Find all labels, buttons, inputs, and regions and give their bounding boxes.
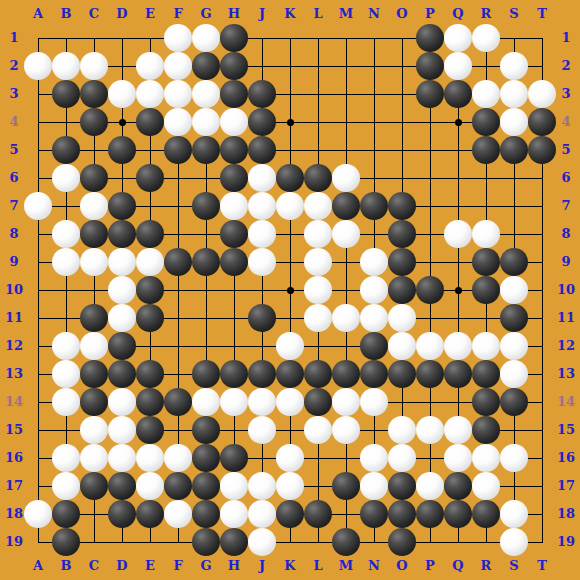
intersection-S11[interactable] (500, 304, 528, 332)
intersection-K3[interactable] (276, 80, 304, 108)
intersection-L1[interactable] (304, 24, 332, 52)
intersection-Q3[interactable] (444, 80, 472, 108)
intersection-T16[interactable] (528, 444, 556, 472)
intersection-E18[interactable] (136, 500, 164, 528)
intersection-K16[interactable] (276, 444, 304, 472)
intersection-D16[interactable] (108, 444, 136, 472)
intersection-K10[interactable] (276, 276, 304, 304)
intersection-Q5[interactable] (444, 136, 472, 164)
intersection-J4[interactable] (248, 108, 276, 136)
intersection-S19[interactable] (500, 528, 528, 556)
intersection-T5[interactable] (528, 136, 556, 164)
intersection-P8[interactable] (416, 220, 444, 248)
intersection-P6[interactable] (416, 164, 444, 192)
intersection-E2[interactable] (136, 52, 164, 80)
intersection-O19[interactable] (388, 528, 416, 556)
intersection-F2[interactable] (164, 52, 192, 80)
intersection-C7[interactable] (80, 192, 108, 220)
intersection-E14[interactable] (136, 388, 164, 416)
intersection-M19[interactable] (332, 528, 360, 556)
intersection-D9[interactable] (108, 248, 136, 276)
intersection-G12[interactable] (192, 332, 220, 360)
intersection-O18[interactable] (388, 500, 416, 528)
intersection-B6[interactable] (52, 164, 80, 192)
intersection-M6[interactable] (332, 164, 360, 192)
intersection-J15[interactable] (248, 416, 276, 444)
intersection-O10[interactable] (388, 276, 416, 304)
intersection-K9[interactable] (276, 248, 304, 276)
intersection-O17[interactable] (388, 472, 416, 500)
intersection-C16[interactable] (80, 444, 108, 472)
intersection-Q1[interactable] (444, 24, 472, 52)
intersection-J8[interactable] (248, 220, 276, 248)
intersection-K15[interactable] (276, 416, 304, 444)
intersection-F12[interactable] (164, 332, 192, 360)
intersection-R18[interactable] (472, 500, 500, 528)
intersection-P11[interactable] (416, 304, 444, 332)
intersection-S14[interactable] (500, 388, 528, 416)
intersection-P19[interactable] (416, 528, 444, 556)
intersection-N13[interactable] (360, 360, 388, 388)
intersection-A10[interactable] (24, 276, 52, 304)
intersection-N2[interactable] (360, 52, 388, 80)
intersection-F4[interactable] (164, 108, 192, 136)
intersection-M11[interactable] (332, 304, 360, 332)
intersection-D12[interactable] (108, 332, 136, 360)
intersection-F3[interactable] (164, 80, 192, 108)
intersection-R6[interactable] (472, 164, 500, 192)
intersection-P4[interactable] (416, 108, 444, 136)
intersection-C4[interactable] (80, 108, 108, 136)
intersection-P17[interactable] (416, 472, 444, 500)
intersection-O15[interactable] (388, 416, 416, 444)
intersection-D10[interactable] (108, 276, 136, 304)
intersection-H4[interactable] (220, 108, 248, 136)
intersection-G6[interactable] (192, 164, 220, 192)
intersection-Q18[interactable] (444, 500, 472, 528)
intersection-M16[interactable] (332, 444, 360, 472)
intersection-R13[interactable] (472, 360, 500, 388)
intersection-P2[interactable] (416, 52, 444, 80)
intersection-T15[interactable] (528, 416, 556, 444)
intersection-E17[interactable] (136, 472, 164, 500)
intersection-M5[interactable] (332, 136, 360, 164)
intersection-M14[interactable] (332, 388, 360, 416)
intersection-A17[interactable] (24, 472, 52, 500)
intersection-B17[interactable] (52, 472, 80, 500)
intersection-D3[interactable] (108, 80, 136, 108)
intersection-S15[interactable] (500, 416, 528, 444)
intersection-E3[interactable] (136, 80, 164, 108)
intersection-J11[interactable] (248, 304, 276, 332)
intersection-K18[interactable] (276, 500, 304, 528)
intersection-E7[interactable] (136, 192, 164, 220)
intersection-F19[interactable] (164, 528, 192, 556)
intersection-S6[interactable] (500, 164, 528, 192)
intersection-N11[interactable] (360, 304, 388, 332)
intersection-E12[interactable] (136, 332, 164, 360)
intersection-M1[interactable] (332, 24, 360, 52)
intersection-O16[interactable] (388, 444, 416, 472)
intersection-L9[interactable] (304, 248, 332, 276)
intersection-E15[interactable] (136, 416, 164, 444)
intersection-F11[interactable] (164, 304, 192, 332)
intersection-B19[interactable] (52, 528, 80, 556)
intersection-T11[interactable] (528, 304, 556, 332)
intersection-C10[interactable] (80, 276, 108, 304)
intersection-T18[interactable] (528, 500, 556, 528)
intersection-D1[interactable] (108, 24, 136, 52)
intersection-Q12[interactable] (444, 332, 472, 360)
intersection-A13[interactable] (24, 360, 52, 388)
intersection-O1[interactable] (388, 24, 416, 52)
intersection-T17[interactable] (528, 472, 556, 500)
intersection-S1[interactable] (500, 24, 528, 52)
intersection-D7[interactable] (108, 192, 136, 220)
intersection-C6[interactable] (80, 164, 108, 192)
intersection-N6[interactable] (360, 164, 388, 192)
intersection-L14[interactable] (304, 388, 332, 416)
intersection-N1[interactable] (360, 24, 388, 52)
intersection-B9[interactable] (52, 248, 80, 276)
intersection-P10[interactable] (416, 276, 444, 304)
intersection-N19[interactable] (360, 528, 388, 556)
intersection-P12[interactable] (416, 332, 444, 360)
intersection-F15[interactable] (164, 416, 192, 444)
intersection-S3[interactable] (500, 80, 528, 108)
intersection-L18[interactable] (304, 500, 332, 528)
intersection-Q14[interactable] (444, 388, 472, 416)
intersection-P5[interactable] (416, 136, 444, 164)
intersection-L5[interactable] (304, 136, 332, 164)
intersection-Q10[interactable] (444, 276, 472, 304)
intersection-H18[interactable] (220, 500, 248, 528)
intersection-G9[interactable] (192, 248, 220, 276)
intersection-Q4[interactable] (444, 108, 472, 136)
intersection-D17[interactable] (108, 472, 136, 500)
intersection-M4[interactable] (332, 108, 360, 136)
intersection-R16[interactable] (472, 444, 500, 472)
intersection-G5[interactable] (192, 136, 220, 164)
intersection-M2[interactable] (332, 52, 360, 80)
intersection-H8[interactable] (220, 220, 248, 248)
intersection-S16[interactable] (500, 444, 528, 472)
intersection-Q16[interactable] (444, 444, 472, 472)
intersection-G7[interactable] (192, 192, 220, 220)
intersection-A14[interactable] (24, 388, 52, 416)
intersection-N9[interactable] (360, 248, 388, 276)
intersection-O14[interactable] (388, 388, 416, 416)
intersection-D18[interactable] (108, 500, 136, 528)
intersection-T19[interactable] (528, 528, 556, 556)
intersection-O13[interactable] (388, 360, 416, 388)
intersection-C3[interactable] (80, 80, 108, 108)
intersection-N3[interactable] (360, 80, 388, 108)
intersection-G8[interactable] (192, 220, 220, 248)
intersection-O4[interactable] (388, 108, 416, 136)
intersection-K1[interactable] (276, 24, 304, 52)
intersection-S17[interactable] (500, 472, 528, 500)
intersection-L7[interactable] (304, 192, 332, 220)
intersection-P1[interactable] (416, 24, 444, 52)
intersection-N8[interactable] (360, 220, 388, 248)
intersection-C12[interactable] (80, 332, 108, 360)
intersection-K17[interactable] (276, 472, 304, 500)
intersection-K19[interactable] (276, 528, 304, 556)
intersection-L16[interactable] (304, 444, 332, 472)
intersection-M7[interactable] (332, 192, 360, 220)
intersection-K8[interactable] (276, 220, 304, 248)
intersection-C13[interactable] (80, 360, 108, 388)
intersection-T13[interactable] (528, 360, 556, 388)
intersection-T9[interactable] (528, 248, 556, 276)
intersection-F9[interactable] (164, 248, 192, 276)
intersection-S2[interactable] (500, 52, 528, 80)
intersection-J9[interactable] (248, 248, 276, 276)
intersection-J7[interactable] (248, 192, 276, 220)
intersection-T6[interactable] (528, 164, 556, 192)
intersection-L11[interactable] (304, 304, 332, 332)
intersection-A4[interactable] (24, 108, 52, 136)
intersection-J5[interactable] (248, 136, 276, 164)
intersection-M12[interactable] (332, 332, 360, 360)
intersection-R5[interactable] (472, 136, 500, 164)
intersection-Q7[interactable] (444, 192, 472, 220)
intersection-H13[interactable] (220, 360, 248, 388)
intersection-G14[interactable] (192, 388, 220, 416)
intersection-K6[interactable] (276, 164, 304, 192)
intersection-M18[interactable] (332, 500, 360, 528)
intersection-M3[interactable] (332, 80, 360, 108)
intersection-O12[interactable] (388, 332, 416, 360)
intersection-A15[interactable] (24, 416, 52, 444)
intersection-P14[interactable] (416, 388, 444, 416)
intersection-G13[interactable] (192, 360, 220, 388)
intersection-Q15[interactable] (444, 416, 472, 444)
intersection-C19[interactable] (80, 528, 108, 556)
intersection-B3[interactable] (52, 80, 80, 108)
intersection-D2[interactable] (108, 52, 136, 80)
intersection-C17[interactable] (80, 472, 108, 500)
intersection-J1[interactable] (248, 24, 276, 52)
intersection-O9[interactable] (388, 248, 416, 276)
intersection-S7[interactable] (500, 192, 528, 220)
intersection-E8[interactable] (136, 220, 164, 248)
intersection-E13[interactable] (136, 360, 164, 388)
intersection-D13[interactable] (108, 360, 136, 388)
intersection-L6[interactable] (304, 164, 332, 192)
intersection-Q2[interactable] (444, 52, 472, 80)
intersection-E16[interactable] (136, 444, 164, 472)
intersection-R12[interactable] (472, 332, 500, 360)
go-board[interactable]: AABBCCDDEEFFGGHHJJKKLLMMNNOOPPQQRRSSTT11… (0, 0, 580, 580)
intersection-C8[interactable] (80, 220, 108, 248)
intersection-L13[interactable] (304, 360, 332, 388)
intersection-Q9[interactable] (444, 248, 472, 276)
intersection-L12[interactable] (304, 332, 332, 360)
intersection-S13[interactable] (500, 360, 528, 388)
intersection-E11[interactable] (136, 304, 164, 332)
intersection-D19[interactable] (108, 528, 136, 556)
intersection-G19[interactable] (192, 528, 220, 556)
intersection-R11[interactable] (472, 304, 500, 332)
intersection-D8[interactable] (108, 220, 136, 248)
intersection-J18[interactable] (248, 500, 276, 528)
intersection-A3[interactable] (24, 80, 52, 108)
intersection-J3[interactable] (248, 80, 276, 108)
intersection-P13[interactable] (416, 360, 444, 388)
intersection-B10[interactable] (52, 276, 80, 304)
intersection-M17[interactable] (332, 472, 360, 500)
intersection-D14[interactable] (108, 388, 136, 416)
intersection-P7[interactable] (416, 192, 444, 220)
intersection-H2[interactable] (220, 52, 248, 80)
intersection-N5[interactable] (360, 136, 388, 164)
intersection-L2[interactable] (304, 52, 332, 80)
intersection-F1[interactable] (164, 24, 192, 52)
intersection-F13[interactable] (164, 360, 192, 388)
intersection-H1[interactable] (220, 24, 248, 52)
intersection-A16[interactable] (24, 444, 52, 472)
intersection-B5[interactable] (52, 136, 80, 164)
intersection-Q19[interactable] (444, 528, 472, 556)
intersection-A6[interactable] (24, 164, 52, 192)
intersection-J17[interactable] (248, 472, 276, 500)
intersection-A12[interactable] (24, 332, 52, 360)
intersection-L19[interactable] (304, 528, 332, 556)
intersection-M8[interactable] (332, 220, 360, 248)
intersection-G17[interactable] (192, 472, 220, 500)
intersection-A18[interactable] (24, 500, 52, 528)
intersection-S8[interactable] (500, 220, 528, 248)
intersection-M9[interactable] (332, 248, 360, 276)
intersection-A7[interactable] (24, 192, 52, 220)
intersection-J6[interactable] (248, 164, 276, 192)
intersection-N17[interactable] (360, 472, 388, 500)
intersection-R9[interactable] (472, 248, 500, 276)
intersection-J12[interactable] (248, 332, 276, 360)
intersection-K12[interactable] (276, 332, 304, 360)
intersection-T14[interactable] (528, 388, 556, 416)
intersection-L15[interactable] (304, 416, 332, 444)
intersection-M13[interactable] (332, 360, 360, 388)
intersection-R15[interactable] (472, 416, 500, 444)
intersection-F7[interactable] (164, 192, 192, 220)
intersection-Q11[interactable] (444, 304, 472, 332)
intersection-G18[interactable] (192, 500, 220, 528)
intersection-C18[interactable] (80, 500, 108, 528)
intersection-T2[interactable] (528, 52, 556, 80)
intersection-F6[interactable] (164, 164, 192, 192)
intersection-F8[interactable] (164, 220, 192, 248)
intersection-E4[interactable] (136, 108, 164, 136)
intersection-F18[interactable] (164, 500, 192, 528)
intersection-D6[interactable] (108, 164, 136, 192)
intersection-O5[interactable] (388, 136, 416, 164)
intersection-F16[interactable] (164, 444, 192, 472)
intersection-B13[interactable] (52, 360, 80, 388)
intersection-G15[interactable] (192, 416, 220, 444)
intersection-E9[interactable] (136, 248, 164, 276)
intersection-H17[interactable] (220, 472, 248, 500)
intersection-S9[interactable] (500, 248, 528, 276)
intersection-C9[interactable] (80, 248, 108, 276)
intersection-P18[interactable] (416, 500, 444, 528)
intersection-R1[interactable] (472, 24, 500, 52)
intersection-R2[interactable] (472, 52, 500, 80)
intersection-K5[interactable] (276, 136, 304, 164)
intersection-N18[interactable] (360, 500, 388, 528)
intersection-H12[interactable] (220, 332, 248, 360)
intersection-D5[interactable] (108, 136, 136, 164)
intersection-P16[interactable] (416, 444, 444, 472)
intersection-B11[interactable] (52, 304, 80, 332)
intersection-B8[interactable] (52, 220, 80, 248)
intersection-D11[interactable] (108, 304, 136, 332)
intersection-N16[interactable] (360, 444, 388, 472)
intersection-T8[interactable] (528, 220, 556, 248)
intersection-A9[interactable] (24, 248, 52, 276)
intersection-N12[interactable] (360, 332, 388, 360)
intersection-S4[interactable] (500, 108, 528, 136)
intersection-R3[interactable] (472, 80, 500, 108)
intersection-S18[interactable] (500, 500, 528, 528)
intersection-N10[interactable] (360, 276, 388, 304)
intersection-M15[interactable] (332, 416, 360, 444)
intersection-B2[interactable] (52, 52, 80, 80)
intersection-E6[interactable] (136, 164, 164, 192)
intersection-O2[interactable] (388, 52, 416, 80)
intersection-B7[interactable] (52, 192, 80, 220)
intersection-A8[interactable] (24, 220, 52, 248)
intersection-J19[interactable] (248, 528, 276, 556)
intersection-C1[interactable] (80, 24, 108, 52)
intersection-H14[interactable] (220, 388, 248, 416)
intersection-G4[interactable] (192, 108, 220, 136)
intersection-J2[interactable] (248, 52, 276, 80)
intersection-J14[interactable] (248, 388, 276, 416)
intersection-L10[interactable] (304, 276, 332, 304)
intersection-S12[interactable] (500, 332, 528, 360)
intersection-O8[interactable] (388, 220, 416, 248)
intersection-P9[interactable] (416, 248, 444, 276)
intersection-N15[interactable] (360, 416, 388, 444)
intersection-Q17[interactable] (444, 472, 472, 500)
intersection-K13[interactable] (276, 360, 304, 388)
intersection-B12[interactable] (52, 332, 80, 360)
intersection-T4[interactable] (528, 108, 556, 136)
intersection-T10[interactable] (528, 276, 556, 304)
intersection-S5[interactable] (500, 136, 528, 164)
intersection-G3[interactable] (192, 80, 220, 108)
intersection-R4[interactable] (472, 108, 500, 136)
intersection-A5[interactable] (24, 136, 52, 164)
intersection-E19[interactable] (136, 528, 164, 556)
intersection-L8[interactable] (304, 220, 332, 248)
intersection-G2[interactable] (192, 52, 220, 80)
intersection-R14[interactable] (472, 388, 500, 416)
intersection-B14[interactable] (52, 388, 80, 416)
intersection-B15[interactable] (52, 416, 80, 444)
intersection-G16[interactable] (192, 444, 220, 472)
intersection-K4[interactable] (276, 108, 304, 136)
intersection-B18[interactable] (52, 500, 80, 528)
intersection-F10[interactable] (164, 276, 192, 304)
intersection-H11[interactable] (220, 304, 248, 332)
intersection-B16[interactable] (52, 444, 80, 472)
intersection-O6[interactable] (388, 164, 416, 192)
intersection-A19[interactable] (24, 528, 52, 556)
